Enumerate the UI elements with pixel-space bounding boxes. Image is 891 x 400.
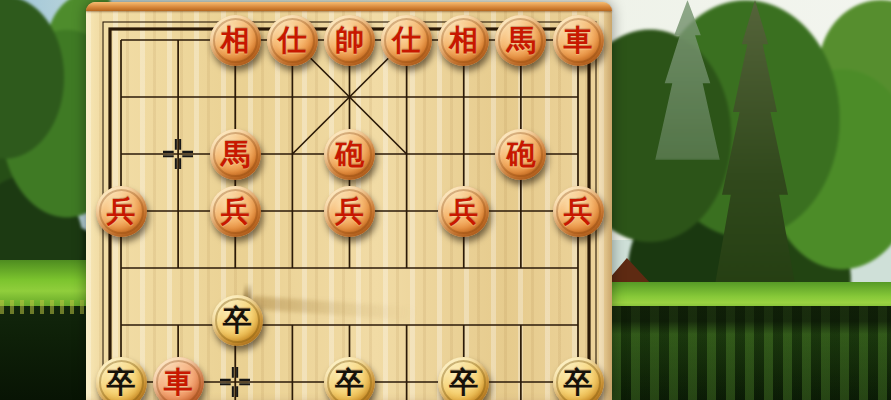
piece-red-advisor-right[interactable]: 仕 bbox=[381, 15, 432, 66]
piece-glyph: 兵 bbox=[564, 197, 593, 226]
piece-glyph: 兵 bbox=[107, 197, 136, 226]
piece-red-chariot-advanced[interactable]: 車 bbox=[153, 357, 204, 400]
piece-black-soldier-moving[interactable]: 卒 bbox=[212, 295, 263, 346]
xiangqi-board[interactable]: 相仕帥仕相馬車馬砲砲兵兵兵兵兵卒卒車卒卒卒 bbox=[86, 2, 612, 400]
piece-red-chariot-right[interactable]: 車 bbox=[553, 15, 604, 66]
piece-glyph: 兵 bbox=[221, 197, 250, 226]
piece-glyph: 帥 bbox=[335, 26, 364, 55]
piece-red-elephant-left[interactable]: 相 bbox=[210, 15, 261, 66]
piece-red-soldier-e[interactable]: 兵 bbox=[553, 186, 604, 237]
scene: 相仕帥仕相馬車馬砲砲兵兵兵兵兵卒卒車卒卒卒 bbox=[0, 0, 891, 400]
piece-red-soldier-c[interactable]: 兵 bbox=[324, 186, 375, 237]
piece-glyph: 仕 bbox=[392, 26, 421, 55]
piece-glyph: 馬 bbox=[221, 140, 250, 169]
piece-glyph: 車 bbox=[164, 368, 193, 397]
piece-glyph: 相 bbox=[221, 26, 250, 55]
piece-black-soldier-a[interactable]: 卒 bbox=[96, 357, 147, 400]
piece-glyph: 卒 bbox=[335, 368, 364, 397]
shore-reflections bbox=[0, 300, 90, 314]
piece-red-soldier-d[interactable]: 兵 bbox=[438, 186, 489, 237]
piece-glyph: 卒 bbox=[107, 368, 136, 397]
piece-glyph: 馬 bbox=[506, 26, 535, 55]
piece-red-cannon-right[interactable]: 砲 bbox=[495, 129, 546, 180]
piece-glyph: 兵 bbox=[449, 197, 478, 226]
piece-red-soldier-a[interactable]: 兵 bbox=[96, 186, 147, 237]
piece-glyph: 兵 bbox=[335, 197, 364, 226]
piece-glyph: 卒 bbox=[564, 368, 593, 397]
piece-red-horse-left[interactable]: 馬 bbox=[210, 129, 261, 180]
piece-glyph: 砲 bbox=[506, 140, 535, 169]
piece-red-elephant-right[interactable]: 相 bbox=[438, 15, 489, 66]
piece-glyph: 卒 bbox=[223, 306, 252, 335]
piece-red-cannon-center[interactable]: 砲 bbox=[324, 129, 375, 180]
piece-red-horse-right[interactable]: 馬 bbox=[495, 15, 546, 66]
piece-red-soldier-b[interactable]: 兵 bbox=[210, 186, 261, 237]
piece-glyph: 砲 bbox=[335, 140, 364, 169]
piece-glyph: 車 bbox=[564, 26, 593, 55]
piece-red-general[interactable]: 帥 bbox=[324, 15, 375, 66]
piece-red-advisor-left[interactable]: 仕 bbox=[267, 15, 318, 66]
piece-black-soldier-e[interactable]: 卒 bbox=[553, 357, 604, 400]
piece-glyph: 仕 bbox=[278, 26, 307, 55]
piece-glyph: 卒 bbox=[449, 368, 478, 397]
tree-reflections bbox=[612, 306, 891, 400]
piece-glyph: 相 bbox=[449, 26, 478, 55]
